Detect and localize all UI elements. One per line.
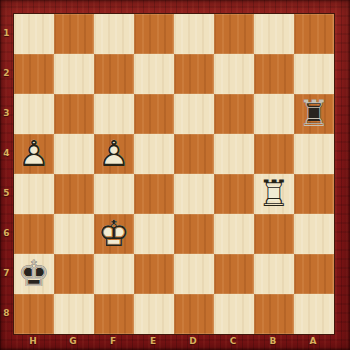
white-pawn-outline: ♙ <box>14 134 54 174</box>
square-g3[interactable] <box>54 94 94 134</box>
square-f6[interactable]: ♚♔ <box>94 214 134 254</box>
chess-board-frame: ♜♖♟♙♟♙♜♖♚♔♚♔ 12345678HGFEDCBA <box>0 0 350 350</box>
square-f8[interactable] <box>94 294 134 334</box>
file-label-a: A <box>293 334 333 350</box>
rank-label-1: 1 <box>0 13 13 53</box>
square-f7[interactable] <box>94 254 134 294</box>
square-c1[interactable] <box>214 14 254 54</box>
square-c7[interactable] <box>214 254 254 294</box>
square-b6[interactable] <box>254 214 294 254</box>
square-g8[interactable] <box>54 294 94 334</box>
square-f3[interactable] <box>94 94 134 134</box>
square-f2[interactable] <box>94 54 134 94</box>
white-pawn[interactable]: ♟♙ <box>94 134 134 174</box>
square-h2[interactable] <box>14 54 54 94</box>
square-c5[interactable] <box>214 174 254 214</box>
file-label-e: E <box>133 334 173 350</box>
white-rook[interactable]: ♜♖ <box>254 174 294 214</box>
square-b7[interactable] <box>254 254 294 294</box>
chess-board: ♜♖♟♙♟♙♜♖♚♔♚♔ <box>13 13 335 335</box>
square-b8[interactable] <box>254 294 294 334</box>
square-e1[interactable] <box>134 14 174 54</box>
square-h7[interactable]: ♚♔ <box>14 254 54 294</box>
square-c6[interactable] <box>214 214 254 254</box>
square-g1[interactable] <box>54 14 94 54</box>
square-f1[interactable] <box>94 14 134 54</box>
square-c8[interactable] <box>214 294 254 334</box>
rank-label-8: 8 <box>0 293 13 333</box>
file-label-h: H <box>13 334 53 350</box>
square-a8[interactable] <box>294 294 334 334</box>
square-a3[interactable]: ♜♖ <box>294 94 334 134</box>
square-b2[interactable] <box>254 54 294 94</box>
white-pawn-outline: ♙ <box>94 134 134 174</box>
square-e5[interactable] <box>134 174 174 214</box>
file-label-c: C <box>213 334 253 350</box>
rank-label-7: 7 <box>0 253 13 293</box>
square-e8[interactable] <box>134 294 174 334</box>
square-e7[interactable] <box>134 254 174 294</box>
square-g5[interactable] <box>54 174 94 214</box>
square-b4[interactable] <box>254 134 294 174</box>
square-e4[interactable] <box>134 134 174 174</box>
square-b3[interactable] <box>254 94 294 134</box>
white-king[interactable]: ♚♔ <box>94 214 134 254</box>
square-e3[interactable] <box>134 94 174 134</box>
square-d6[interactable] <box>174 214 214 254</box>
black-rook-outline: ♖ <box>294 94 334 134</box>
square-a1[interactable] <box>294 14 334 54</box>
square-d5[interactable] <box>174 174 214 214</box>
square-a4[interactable] <box>294 134 334 174</box>
square-a6[interactable] <box>294 214 334 254</box>
square-d1[interactable] <box>174 14 214 54</box>
white-rook-outline: ♖ <box>254 174 294 214</box>
square-a2[interactable] <box>294 54 334 94</box>
square-d7[interactable] <box>174 254 214 294</box>
square-b1[interactable] <box>254 14 294 54</box>
square-e6[interactable] <box>134 214 174 254</box>
file-label-g: G <box>53 334 93 350</box>
black-rook[interactable]: ♜♖ <box>294 94 334 134</box>
black-king-outline: ♔ <box>14 254 54 294</box>
rank-label-4: 4 <box>0 133 13 173</box>
black-king[interactable]: ♚♔ <box>14 254 54 294</box>
square-d3[interactable] <box>174 94 214 134</box>
square-g6[interactable] <box>54 214 94 254</box>
square-c3[interactable] <box>214 94 254 134</box>
square-a7[interactable] <box>294 254 334 294</box>
white-king-outline: ♔ <box>94 214 134 254</box>
square-d4[interactable] <box>174 134 214 174</box>
white-pawn[interactable]: ♟♙ <box>14 134 54 174</box>
square-a5[interactable] <box>294 174 334 214</box>
square-e2[interactable] <box>134 54 174 94</box>
square-h6[interactable] <box>14 214 54 254</box>
square-d8[interactable] <box>174 294 214 334</box>
rank-label-2: 2 <box>0 53 13 93</box>
square-b5[interactable]: ♜♖ <box>254 174 294 214</box>
square-c2[interactable] <box>214 54 254 94</box>
square-h8[interactable] <box>14 294 54 334</box>
square-h5[interactable] <box>14 174 54 214</box>
square-g4[interactable] <box>54 134 94 174</box>
rank-label-3: 3 <box>0 93 13 133</box>
file-label-f: F <box>93 334 133 350</box>
square-h4[interactable]: ♟♙ <box>14 134 54 174</box>
rank-label-5: 5 <box>0 173 13 213</box>
square-g2[interactable] <box>54 54 94 94</box>
square-c4[interactable] <box>214 134 254 174</box>
square-d2[interactable] <box>174 54 214 94</box>
rank-label-6: 6 <box>0 213 13 253</box>
file-label-b: B <box>253 334 293 350</box>
square-h1[interactable] <box>14 14 54 54</box>
square-f5[interactable] <box>94 174 134 214</box>
square-f4[interactable]: ♟♙ <box>94 134 134 174</box>
square-h3[interactable] <box>14 94 54 134</box>
file-label-d: D <box>173 334 213 350</box>
square-g7[interactable] <box>54 254 94 294</box>
